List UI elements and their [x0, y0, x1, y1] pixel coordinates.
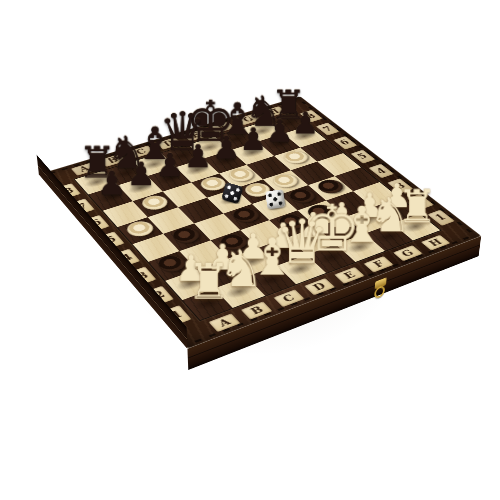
white-rook-glyph: ♜: [164, 258, 254, 305]
black-pawn-glyph: ♟: [71, 167, 151, 198]
scene: 87654321 87654321 ABCDEFGH ABCDEFGH ♜♞♝♛…: [0, 0, 500, 500]
